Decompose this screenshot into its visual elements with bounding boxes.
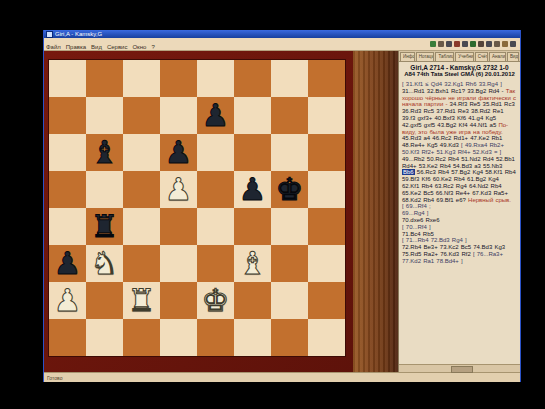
piece-black-pawn[interactable]: ♟: [54, 245, 82, 282]
tab-вид[interactable]: Вид: [507, 52, 519, 61]
piece-black-pawn[interactable]: ♟: [239, 171, 267, 208]
square-f1[interactable]: [234, 319, 271, 356]
square-a5[interactable]: [49, 171, 86, 208]
menu-item-вид[interactable]: Вид: [91, 44, 102, 50]
square-a1[interactable]: [49, 319, 86, 356]
tab-учебник[interactable]: Учебник: [455, 52, 473, 61]
square-b2[interactable]: [86, 282, 123, 319]
square-a8[interactable]: [49, 60, 86, 97]
square-d5[interactable]: ♟: [160, 171, 197, 208]
square-b1[interactable]: [86, 319, 123, 356]
piece-black-rook[interactable]: ♜: [91, 208, 119, 245]
square-g8[interactable]: [271, 60, 308, 97]
square-c2[interactable]: ♜: [123, 282, 160, 319]
tab-нотация[interactable]: Нотация: [416, 52, 435, 61]
square-e4[interactable]: [197, 208, 234, 245]
square-e1[interactable]: [197, 319, 234, 356]
screen: Giri,A - Kamsky,G ФайлПравкаВидСервисОкн…: [0, 0, 545, 409]
move-text[interactable]: 71.Bc4 Rb5: [402, 231, 434, 237]
toolbar-icon-11[interactable]: [510, 41, 516, 47]
toolbar: [430, 41, 518, 47]
annotation-text: Нервный срыв.: [468, 197, 511, 203]
square-h1[interactable]: [308, 319, 345, 356]
notation-panel: ИнфоНотацияТаблицаУчебникСчётАнализВид G…: [398, 51, 520, 372]
square-a3[interactable]: ♟: [49, 245, 86, 282]
square-d6[interactable]: ♟: [160, 134, 197, 171]
square-f4[interactable]: [234, 208, 271, 245]
menu-item-правка[interactable]: Правка: [66, 44, 86, 50]
square-b3[interactable]: ♞: [86, 245, 123, 282]
square-c1[interactable]: [123, 319, 160, 356]
square-h3[interactable]: [308, 245, 345, 282]
toolbar-icon-7[interactable]: [478, 41, 484, 47]
square-h8[interactable]: [308, 60, 345, 97]
square-g1[interactable]: [271, 319, 308, 356]
move-text[interactable]: [ 31.Kf1 ≤ Qd4 32.Kg1 Rh6 33.Rg4 ]: [402, 81, 502, 87]
menu-item-файл[interactable]: Файл: [46, 44, 61, 50]
piece-black-pawn[interactable]: ♟: [165, 134, 193, 171]
square-c8[interactable]: [123, 60, 160, 97]
square-h2[interactable]: [308, 282, 345, 319]
move-text[interactable]: 31...Rd1 32.Bxh1 Rc1? 33.Bg2 Rd4 -: [402, 88, 506, 94]
board-panel: ♟♝♟♟♟♚♜♟♞♝♟♜♚: [44, 51, 398, 372]
wood-filler: [353, 51, 398, 372]
menu-item-сервис[interactable]: Сервис: [107, 44, 128, 50]
move-text[interactable]: 49...Rb2 50.Rc2 Rb4 51.Nd2 Rd4 52.Bb1 Rd…: [402, 156, 515, 169]
tab-счёт[interactable]: Счёт: [475, 52, 488, 61]
piece-white-pawn[interactable]: ♟: [54, 282, 82, 319]
move-list[interactable]: [ 31.Kf1 ≤ Qd4 32.Kg1 Rh6 33.Rg4 ] 31...…: [399, 79, 520, 364]
piece-white-knight[interactable]: ♞: [91, 245, 119, 282]
move-text[interactable]: [ 70...Rf4 ]: [402, 224, 431, 230]
piece-white-pawn[interactable]: ♟: [165, 171, 193, 208]
main-area: ♟♝♟♟♟♚♜♟♞♝♟♜♚ ИнфоНотацияТаблицаУчебникС…: [44, 51, 520, 372]
square-d4[interactable]: [160, 208, 197, 245]
square-c4[interactable]: [123, 208, 160, 245]
square-h5[interactable]: [308, 171, 345, 208]
square-e3[interactable]: [197, 245, 234, 282]
event-info: A84 74th Tata Steel GMA (6) 20.01.2012: [400, 71, 519, 78]
square-a7[interactable]: [49, 97, 86, 134]
current-move[interactable]: Bb6: [402, 169, 415, 175]
square-f7[interactable]: [234, 97, 271, 134]
square-g5[interactable]: ♚: [271, 171, 308, 208]
toolbar-icon-9[interactable]: [494, 41, 500, 47]
menu-item-?[interactable]: ?: [151, 44, 154, 50]
tab-инфо[interactable]: Инфо: [400, 52, 415, 61]
square-f2[interactable]: [234, 282, 271, 319]
square-b5[interactable]: [86, 171, 123, 208]
square-d3[interactable]: [160, 245, 197, 282]
scrollbar-thumb[interactable]: [451, 366, 473, 373]
square-a6[interactable]: [49, 134, 86, 171]
toolbar-icon-6[interactable]: [470, 41, 476, 47]
square-h6[interactable]: [308, 134, 345, 171]
square-c3[interactable]: [123, 245, 160, 282]
piece-white-bishop[interactable]: ♝: [239, 245, 267, 282]
square-h4[interactable]: [308, 208, 345, 245]
piece-black-pawn[interactable]: ♟: [202, 97, 230, 134]
toolbar-icon-3[interactable]: [446, 41, 452, 47]
square-b7[interactable]: [86, 97, 123, 134]
toolbar-icon-4[interactable]: [454, 41, 460, 47]
square-f8[interactable]: [234, 60, 271, 97]
square-e7[interactable]: ♟: [197, 97, 234, 134]
move-text[interactable]: 69...Rg4 ]: [402, 210, 429, 216]
square-c6[interactable]: [123, 134, 160, 171]
square-f6[interactable]: [234, 134, 271, 171]
square-d8[interactable]: [160, 60, 197, 97]
square-b6[interactable]: ♝: [86, 134, 123, 171]
tab-анализ[interactable]: Анализ: [489, 52, 506, 61]
piece-black-bishop[interactable]: ♝: [91, 134, 119, 171]
square-b8[interactable]: [86, 60, 123, 97]
status-bar: Готово: [44, 372, 520, 382]
square-e2[interactable]: ♚: [197, 282, 234, 319]
square-a2[interactable]: ♟: [49, 282, 86, 319]
square-g2[interactable]: [271, 282, 308, 319]
square-g6[interactable]: [271, 134, 308, 171]
toolbar-icon-5[interactable]: [462, 41, 468, 47]
square-g4[interactable]: [271, 208, 308, 245]
square-e6[interactable]: [197, 134, 234, 171]
square-h7[interactable]: [308, 97, 345, 134]
square-g3[interactable]: [271, 245, 308, 282]
square-d1[interactable]: [160, 319, 197, 356]
square-e8[interactable]: [197, 60, 234, 97]
horizontal-scrollbar[interactable]: [399, 364, 520, 372]
status-text: Готово: [47, 375, 62, 381]
square-g7[interactable]: [271, 97, 308, 134]
move-text[interactable]: 70.dxe6 Rxe6: [402, 217, 440, 223]
piece-black-king[interactable]: ♚: [276, 171, 304, 208]
notation-tabs: ИнфоНотацияТаблицаУчебникСчётАнализВид: [399, 51, 520, 62]
square-d2[interactable]: [160, 282, 197, 319]
piece-white-king[interactable]: ♚: [202, 282, 230, 319]
square-d7[interactable]: [160, 97, 197, 134]
game-header: Giri,A 2714 - Kamsky,G 2732 1-0 A84 74th…: [399, 62, 520, 79]
square-f3[interactable]: ♝: [234, 245, 271, 282]
square-e5[interactable]: [197, 171, 234, 208]
toolbar-icon-10[interactable]: [502, 41, 508, 47]
menu-item-окно[interactable]: Окно: [132, 44, 146, 50]
app-window: Giri,A - Kamsky,G ФайлПравкаВидСервисОкн…: [43, 30, 521, 382]
square-a4[interactable]: [49, 208, 86, 245]
toolbar-icon-1[interactable]: [430, 41, 436, 47]
piece-white-rook[interactable]: ♜: [128, 282, 156, 319]
players-result: Giri,A 2714 - Kamsky,G 2732 1-0: [400, 64, 519, 71]
menu-bar: ФайлПравкаВидСервисОкно?: [44, 38, 520, 51]
move-text[interactable]: [ 69...Rf4 ;: [402, 203, 431, 209]
toolbar-icon-8[interactable]: [486, 41, 492, 47]
square-b4[interactable]: ♜: [86, 208, 123, 245]
tab-таблица[interactable]: Таблица: [435, 52, 454, 61]
square-c5[interactable]: [123, 171, 160, 208]
toolbar-icon-2[interactable]: [438, 41, 444, 47]
square-c7[interactable]: [123, 97, 160, 134]
square-f5[interactable]: ♟: [234, 171, 271, 208]
move-text[interactable]: [ 71...Rb4 72.Bd3 Rg4 ]: [402, 237, 467, 243]
chess-board: ♟♝♟♟♟♚♜♟♞♝♟♜♚: [48, 59, 346, 357]
